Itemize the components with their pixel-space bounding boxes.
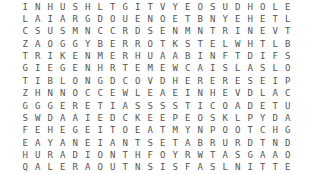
grid-cell[interactable]: B xyxy=(194,13,207,25)
grid-cell[interactable]: S xyxy=(207,112,220,124)
grid-cell[interactable]: U xyxy=(119,13,132,25)
grid-cell[interactable]: C xyxy=(119,75,132,87)
grid-cell[interactable]: E xyxy=(157,63,170,75)
grid-cell[interactable]: G xyxy=(69,38,82,50)
grid-cell[interactable]: F xyxy=(144,149,157,161)
grid-cell[interactable]: N xyxy=(269,137,282,149)
grid-cell[interactable]: C xyxy=(182,63,195,75)
grid-cell[interactable]: A xyxy=(157,88,170,100)
grid-cell[interactable]: T xyxy=(232,50,245,62)
grid-cell[interactable]: H xyxy=(44,1,57,13)
grid-cell[interactable]: R xyxy=(219,26,232,38)
grid-cell[interactable]: N xyxy=(82,50,95,62)
grid-cell[interactable]: O xyxy=(69,88,82,100)
grid-cell[interactable]: E xyxy=(107,88,120,100)
grid-cell[interactable]: T xyxy=(19,50,32,62)
grid-cell[interactable]: T xyxy=(119,162,132,174)
grid-cell[interactable]: D xyxy=(244,88,257,100)
grid-cell[interactable]: E xyxy=(169,88,182,100)
grid-cell[interactable]: S xyxy=(32,26,45,38)
grid-cell[interactable]: S xyxy=(207,1,220,13)
grid-cell[interactable]: O xyxy=(144,38,157,50)
grid-cell[interactable]: H xyxy=(269,125,282,137)
grid-cell[interactable]: E xyxy=(207,38,220,50)
grid-cell[interactable]: D xyxy=(44,112,57,124)
grid-cell[interactable]: E xyxy=(44,63,57,75)
grid-cell[interactable]: T xyxy=(257,137,270,149)
grid-cell[interactable]: I xyxy=(32,63,45,75)
grid-cell[interactable]: F xyxy=(19,125,32,137)
grid-cell[interactable]: I xyxy=(94,125,107,137)
grid-cell[interactable]: A xyxy=(32,13,45,25)
grid-cell[interactable]: D xyxy=(232,1,245,13)
grid-cell[interactable]: N xyxy=(82,26,95,38)
grid-cell[interactable]: V xyxy=(157,1,170,13)
grid-cell[interactable]: M xyxy=(169,125,182,137)
grid-cell[interactable]: B xyxy=(182,50,195,62)
grid-cell[interactable]: R xyxy=(69,100,82,112)
grid-cell[interactable]: D xyxy=(269,112,282,124)
grid-cell[interactable]: F xyxy=(182,162,195,174)
grid-cell[interactable]: E xyxy=(82,137,95,149)
grid-cell[interactable]: V xyxy=(144,75,157,87)
grid-cell[interactable]: A xyxy=(257,149,270,161)
grid-cell[interactable]: I xyxy=(207,63,220,75)
grid-cell[interactable]: D xyxy=(69,149,82,161)
grid-cell[interactable]: A xyxy=(69,112,82,124)
grid-cell[interactable]: L xyxy=(19,13,32,25)
grid-cell[interactable]: S xyxy=(144,162,157,174)
grid-cell[interactable]: E xyxy=(157,26,170,38)
grid-cell[interactable]: S xyxy=(169,100,182,112)
grid-cell[interactable]: U xyxy=(107,162,120,174)
grid-cell[interactable]: T xyxy=(194,38,207,50)
grid-cell[interactable]: G xyxy=(57,38,70,50)
grid-cell[interactable]: S xyxy=(57,26,70,38)
grid-cell[interactable]: I xyxy=(82,149,95,161)
grid-cell[interactable]: T xyxy=(119,149,132,161)
grid-cell[interactable]: L xyxy=(232,63,245,75)
grid-cell[interactable]: G xyxy=(32,100,45,112)
grid-cell[interactable]: A xyxy=(194,162,207,174)
grid-cell[interactable]: N xyxy=(119,137,132,149)
grid-cell[interactable]: I xyxy=(94,137,107,149)
grid-cell[interactable]: S xyxy=(69,1,82,13)
grid-cell[interactable]: E xyxy=(182,112,195,124)
grid-cell[interactable]: D xyxy=(107,112,120,124)
grid-cell[interactable]: L xyxy=(94,1,107,13)
grid-cell[interactable]: Y xyxy=(169,1,182,13)
grid-cell[interactable]: T xyxy=(282,26,295,38)
grid-cell[interactable]: N xyxy=(144,13,157,25)
grid-cell[interactable]: T xyxy=(207,26,220,38)
grid-cell[interactable]: D xyxy=(157,75,170,87)
grid-cell[interactable]: R xyxy=(69,13,82,25)
grid-cell[interactable]: G xyxy=(82,13,95,25)
grid-cell[interactable]: Y xyxy=(182,125,195,137)
grid-cell[interactable]: I xyxy=(182,88,195,100)
grid-cell[interactable]: C xyxy=(257,125,270,137)
grid-cell[interactable]: I xyxy=(32,75,45,87)
grid-cell[interactable]: E xyxy=(144,112,157,124)
grid-cell[interactable]: E xyxy=(257,13,270,25)
grid-cell[interactable]: T xyxy=(19,75,32,87)
grid-cell[interactable]: T xyxy=(157,38,170,50)
grid-cell[interactable]: A xyxy=(157,50,170,62)
grid-cell[interactable]: Z xyxy=(19,38,32,50)
grid-cell[interactable]: R xyxy=(219,75,232,87)
grid-cell[interactable]: A xyxy=(269,88,282,100)
grid-cell[interactable]: U xyxy=(44,26,57,38)
grid-cell[interactable]: U xyxy=(57,1,70,13)
grid-cell[interactable]: U xyxy=(219,137,232,149)
grid-cell[interactable]: E xyxy=(157,137,170,149)
grid-cell[interactable]: S xyxy=(169,162,182,174)
grid-cell[interactable]: A xyxy=(282,112,295,124)
grid-cell[interactable]: E xyxy=(282,162,295,174)
grid-cell[interactable]: M xyxy=(94,50,107,62)
grid-cell[interactable]: O xyxy=(94,162,107,174)
grid-cell[interactable]: D xyxy=(94,13,107,25)
grid-cell[interactable]: H xyxy=(244,13,257,25)
grid-cell[interactable]: N xyxy=(32,1,45,13)
grid-cell[interactable]: T xyxy=(107,125,120,137)
grid-cell[interactable]: E xyxy=(57,125,70,137)
grid-cell[interactable]: R xyxy=(119,50,132,62)
grid-cell[interactable]: A xyxy=(57,13,70,25)
grid-cell[interactable]: Z xyxy=(19,88,32,100)
grid-cell[interactable]: S xyxy=(219,63,232,75)
grid-cell[interactable]: S xyxy=(144,26,157,38)
grid-cell[interactable]: R xyxy=(207,137,220,149)
grid-cell[interactable]: N xyxy=(194,26,207,38)
grid-cell[interactable]: S xyxy=(257,63,270,75)
grid-cell[interactable]: C xyxy=(82,88,95,100)
grid-cell[interactable]: I xyxy=(132,1,145,13)
grid-cell[interactable]: E xyxy=(57,100,70,112)
grid-cell[interactable]: I xyxy=(44,13,57,25)
grid-cell[interactable]: R xyxy=(194,75,207,87)
grid-cell[interactable]: R xyxy=(44,149,57,161)
grid-cell[interactable]: R xyxy=(232,137,245,149)
grid-cell[interactable]: H xyxy=(94,63,107,75)
grid-cell[interactable]: D xyxy=(244,137,257,149)
grid-cell[interactable]: T xyxy=(269,100,282,112)
grid-cell[interactable]: B xyxy=(282,38,295,50)
grid-cell[interactable]: A xyxy=(57,112,70,124)
grid-cell[interactable]: O xyxy=(69,75,82,87)
grid-cell[interactable]: E xyxy=(182,75,195,87)
grid-cell[interactable]: N xyxy=(69,137,82,149)
grid-cell[interactable]: Y xyxy=(257,112,270,124)
grid-cell[interactable]: A xyxy=(219,149,232,161)
grid-cell[interactable]: E xyxy=(107,38,120,50)
grid-cell[interactable]: O xyxy=(194,112,207,124)
grid-cell[interactable]: G xyxy=(94,75,107,87)
grid-cell[interactable]: W xyxy=(232,38,245,50)
grid-cell[interactable]: R xyxy=(119,38,132,50)
grid-cell[interactable]: N xyxy=(207,50,220,62)
grid-cell[interactable]: S xyxy=(244,75,257,87)
grid-cell[interactable]: O xyxy=(219,125,232,137)
grid-cell[interactable]: A xyxy=(82,162,95,174)
grid-cell[interactable]: G xyxy=(19,63,32,75)
grid-cell[interactable]: B xyxy=(194,137,207,149)
grid-cell[interactable]: H xyxy=(82,1,95,13)
grid-cell[interactable]: E xyxy=(19,137,32,149)
grid-cell[interactable]: G xyxy=(282,125,295,137)
grid-cell[interactable]: I xyxy=(82,112,95,124)
grid-cell[interactable]: B xyxy=(44,75,57,87)
grid-cell[interactable]: E xyxy=(132,125,145,137)
grid-cell[interactable]: I xyxy=(157,162,170,174)
grid-cell[interactable]: M xyxy=(144,63,157,75)
grid-cell[interactable]: G xyxy=(119,1,132,13)
grid-cell[interactable]: W xyxy=(169,63,182,75)
grid-cell[interactable]: H xyxy=(132,149,145,161)
grid-cell[interactable]: I xyxy=(244,162,257,174)
grid-cell[interactable]: C xyxy=(207,100,220,112)
grid-cell[interactable]: Y xyxy=(219,13,232,25)
grid-cell[interactable]: H xyxy=(19,149,32,161)
grid-cell[interactable]: T xyxy=(257,38,270,50)
grid-cell[interactable]: F xyxy=(219,50,232,62)
grid-cell[interactable]: S xyxy=(182,38,195,50)
grid-cell[interactable]: L xyxy=(269,63,282,75)
grid-cell[interactable]: I xyxy=(194,50,207,62)
grid-cell[interactable]: O xyxy=(282,149,295,161)
grid-cell[interactable]: N xyxy=(44,88,57,100)
grid-cell[interactable]: A xyxy=(144,125,157,137)
grid-cell[interactable]: K xyxy=(169,38,182,50)
grid-cell[interactable]: Y xyxy=(44,137,57,149)
grid-cell[interactable]: O xyxy=(157,149,170,161)
grid-cell[interactable]: E xyxy=(69,50,82,62)
grid-cell[interactable]: L xyxy=(257,88,270,100)
grid-cell[interactable]: C xyxy=(94,26,107,38)
grid-cell[interactable]: H xyxy=(169,75,182,87)
grid-cell[interactable]: A xyxy=(269,149,282,161)
grid-cell[interactable]: T xyxy=(132,137,145,149)
grid-cell[interactable]: I xyxy=(194,100,207,112)
grid-cell[interactable]: L xyxy=(269,1,282,13)
grid-cell[interactable]: I xyxy=(232,26,245,38)
grid-cell[interactable]: T xyxy=(169,137,182,149)
grid-cell[interactable]: S xyxy=(144,100,157,112)
grid-cell[interactable]: L xyxy=(132,88,145,100)
grid-cell[interactable]: V xyxy=(269,26,282,38)
grid-cell[interactable]: L xyxy=(44,162,57,174)
grid-cell[interactable]: L xyxy=(57,75,70,87)
grid-cell[interactable]: P xyxy=(282,75,295,87)
grid-cell[interactable]: G xyxy=(69,125,82,137)
grid-cell[interactable]: A xyxy=(57,149,70,161)
grid-cell[interactable]: R xyxy=(69,162,82,174)
grid-cell[interactable]: N xyxy=(194,88,207,100)
grid-cell[interactable]: N xyxy=(232,162,245,174)
grid-cell[interactable]: A xyxy=(57,137,70,149)
grid-cell[interactable]: E xyxy=(282,1,295,13)
grid-cell[interactable]: E xyxy=(69,63,82,75)
grid-cell[interactable]: D xyxy=(107,75,120,87)
grid-cell[interactable]: O xyxy=(94,149,107,161)
grid-cell[interactable]: E xyxy=(207,75,220,87)
grid-cell[interactable]: G xyxy=(19,100,32,112)
grid-cell[interactable]: E xyxy=(32,125,45,137)
grid-cell[interactable]: A xyxy=(194,63,207,75)
grid-cell[interactable]: W xyxy=(119,88,132,100)
grid-cell[interactable]: W xyxy=(194,149,207,161)
grid-cell[interactable]: N xyxy=(244,26,257,38)
grid-cell[interactable]: U xyxy=(219,1,232,13)
grid-cell[interactable]: C xyxy=(94,88,107,100)
grid-cell[interactable]: C xyxy=(119,112,132,124)
grid-cell[interactable]: N xyxy=(82,63,95,75)
grid-cell[interactable]: R xyxy=(132,38,145,50)
grid-cell[interactable]: E xyxy=(57,162,70,174)
grid-cell[interactable]: P xyxy=(207,125,220,137)
grid-cell[interactable]: H xyxy=(244,1,257,13)
grid-cell[interactable]: C xyxy=(19,26,32,38)
grid-cell[interactable]: S xyxy=(232,149,245,161)
grid-cell[interactable]: O xyxy=(157,13,170,25)
grid-cell[interactable]: N xyxy=(207,13,220,25)
grid-cell[interactable]: H xyxy=(44,125,57,137)
grid-cell[interactable]: E xyxy=(157,112,170,124)
grid-cell[interactable]: A xyxy=(32,38,45,50)
grid-cell[interactable]: T xyxy=(144,1,157,13)
grid-cell[interactable]: O xyxy=(44,38,57,50)
grid-cell[interactable]: E xyxy=(182,1,195,13)
grid-cell[interactable]: N xyxy=(82,75,95,87)
grid-cell[interactable]: C xyxy=(282,88,295,100)
grid-cell[interactable]: A xyxy=(244,63,257,75)
grid-cell[interactable]: N xyxy=(57,88,70,100)
grid-cell[interactable]: L xyxy=(269,38,282,50)
grid-cell[interactable]: E xyxy=(132,63,145,75)
grid-cell[interactable]: T xyxy=(182,100,195,112)
grid-cell[interactable]: N xyxy=(132,162,145,174)
grid-cell[interactable]: A xyxy=(32,162,45,174)
grid-cell[interactable]: N xyxy=(107,149,120,161)
grid-cell[interactable]: N xyxy=(194,125,207,137)
grid-cell[interactable]: V xyxy=(232,88,245,100)
grid-cell[interactable]: G xyxy=(44,100,57,112)
grid-cell[interactable]: O xyxy=(132,75,145,87)
grid-cell[interactable]: H xyxy=(244,38,257,50)
grid-cell[interactable]: T xyxy=(257,162,270,174)
grid-cell[interactable]: S xyxy=(132,100,145,112)
grid-cell[interactable]: R xyxy=(119,26,132,38)
grid-cell[interactable]: Y xyxy=(169,149,182,161)
grid-cell[interactable]: E xyxy=(169,13,182,25)
grid-cell[interactable]: I xyxy=(19,1,32,13)
grid-cell[interactable]: N xyxy=(169,26,182,38)
grid-cell[interactable]: E xyxy=(232,13,245,25)
grid-cell[interactable]: A xyxy=(232,100,245,112)
grid-cell[interactable]: A xyxy=(119,100,132,112)
grid-cell[interactable]: E xyxy=(257,26,270,38)
grid-cell[interactable]: R xyxy=(182,149,195,161)
grid-cell[interactable]: T xyxy=(269,13,282,25)
grid-cell[interactable]: O xyxy=(282,63,295,75)
grid-cell[interactable]: E xyxy=(82,125,95,137)
grid-cell[interactable]: Q xyxy=(19,162,32,174)
grid-cell[interactable]: E xyxy=(257,75,270,87)
grid-cell[interactable]: T xyxy=(269,162,282,174)
grid-cell[interactable]: E xyxy=(132,13,145,25)
grid-cell[interactable]: A xyxy=(32,137,45,149)
grid-cell[interactable]: R xyxy=(32,50,45,62)
grid-cell[interactable]: O xyxy=(119,125,132,137)
grid-cell[interactable]: K xyxy=(132,112,145,124)
grid-cell[interactable]: F xyxy=(269,50,282,62)
grid-cell[interactable]: D xyxy=(244,100,257,112)
grid-cell[interactable]: U xyxy=(32,149,45,161)
grid-cell[interactable]: E xyxy=(107,50,120,62)
grid-cell[interactable]: T xyxy=(182,13,195,25)
grid-cell[interactable]: K xyxy=(57,50,70,62)
grid-cell[interactable]: W xyxy=(32,112,45,124)
grid-cell[interactable]: L xyxy=(282,13,295,25)
grid-cell[interactable]: G xyxy=(244,149,257,161)
grid-cell[interactable]: O xyxy=(257,1,270,13)
grid-cell[interactable]: E xyxy=(219,88,232,100)
grid-cell[interactable]: O xyxy=(107,13,120,25)
grid-cell[interactable]: S xyxy=(144,137,157,149)
grid-cell[interactable]: T xyxy=(119,63,132,75)
grid-cell[interactable]: B xyxy=(94,38,107,50)
grid-cell[interactable]: T xyxy=(107,1,120,13)
grid-cell[interactable]: A xyxy=(169,50,182,62)
grid-cell[interactable]: A xyxy=(107,137,120,149)
grid-cell[interactable]: P xyxy=(244,112,257,124)
grid-cell[interactable]: D xyxy=(132,26,145,38)
grid-cell[interactable]: I xyxy=(107,100,120,112)
grid-cell[interactable]: L xyxy=(232,112,245,124)
grid-cell[interactable]: E xyxy=(257,100,270,112)
grid-cell[interactable]: S xyxy=(282,50,295,62)
grid-cell[interactable]: E xyxy=(94,112,107,124)
grid-cell[interactable]: D xyxy=(282,137,295,149)
grid-cell[interactable]: Y xyxy=(82,38,95,50)
grid-cell[interactable]: U xyxy=(144,50,157,62)
grid-cell[interactable]: C xyxy=(107,26,120,38)
grid-cell[interactable]: T xyxy=(244,125,257,137)
grid-cell[interactable]: L xyxy=(219,38,232,50)
grid-cell[interactable]: A xyxy=(182,137,195,149)
grid-cell[interactable]: G xyxy=(57,63,70,75)
grid-cell[interactable]: E xyxy=(144,88,157,100)
grid-cell[interactable]: K xyxy=(219,112,232,124)
grid-cell[interactable]: O xyxy=(219,100,232,112)
grid-cell[interactable]: I xyxy=(257,50,270,62)
grid-cell[interactable]: I xyxy=(269,75,282,87)
grid-cell[interactable]: R xyxy=(107,63,120,75)
grid-cell[interactable]: U xyxy=(282,100,295,112)
grid-cell[interactable]: I xyxy=(44,50,57,62)
grid-cell[interactable]: S xyxy=(19,112,32,124)
grid-cell[interactable]: T xyxy=(207,149,220,161)
grid-cell[interactable]: T xyxy=(157,125,170,137)
grid-cell[interactable]: T xyxy=(94,100,107,112)
grid-cell[interactable]: E xyxy=(82,100,95,112)
grid-cell[interactable]: O xyxy=(194,1,207,13)
grid-cell[interactable]: M xyxy=(69,26,82,38)
grid-cell[interactable]: P xyxy=(169,112,182,124)
grid-cell[interactable]: S xyxy=(157,100,170,112)
grid-cell[interactable]: M xyxy=(182,26,195,38)
